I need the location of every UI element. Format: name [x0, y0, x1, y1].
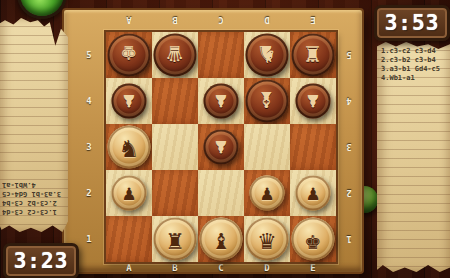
black-pawn-a4[interactable]: ♟: [112, 84, 147, 119]
white-queen-d1[interactable]: ♛: [246, 218, 289, 261]
queen-glyph: ♛: [167, 42, 183, 69]
white-rook-b1[interactable]: ♜: [154, 218, 197, 261]
square-b3[interactable]: [152, 124, 198, 170]
rook-glyph: ♜: [167, 226, 183, 253]
coord-label-d: D: [244, 15, 290, 25]
white-clock: 3:23: [3, 243, 79, 278]
king-glyph: ♚: [305, 226, 321, 253]
move-line: 3.a3-b1 Gd4-c5: [2, 189, 66, 198]
square-e4[interactable]: ♟: [290, 78, 336, 124]
square-e2[interactable]: ♟: [290, 170, 336, 216]
square-d3[interactable]: [244, 124, 290, 170]
move-line: 4.Wb1-a1: [2, 180, 66, 189]
move-line: 1.c3-c2 c3-d4: [381, 47, 448, 56]
square-c4[interactable]: ♟: [198, 78, 244, 124]
king-glyph: ♚: [121, 42, 137, 69]
square-b2[interactable]: [152, 170, 198, 216]
coord-label-e: E: [290, 263, 336, 273]
pawn-glyph: ♟: [307, 183, 320, 204]
black-pawn-c4[interactable]: ♟: [204, 84, 239, 119]
coord-label-b: B: [152, 263, 198, 273]
coord-label-e: E: [290, 15, 336, 25]
square-a5[interactable]: ♚: [106, 32, 152, 78]
pawn-glyph: ♟: [123, 183, 136, 204]
knight-glyph: ♞: [121, 134, 137, 161]
black-rook-e5[interactable]: ♜: [292, 34, 335, 77]
square-e3[interactable]: [290, 124, 336, 170]
move-line: 4.Wb1-a1: [381, 74, 448, 83]
square-a1[interactable]: [106, 216, 152, 262]
white-pawn-a2[interactable]: ♟: [112, 176, 147, 211]
knight-glyph: ♞: [259, 42, 275, 69]
black-pawn-e4[interactable]: ♟: [296, 84, 331, 119]
pawn-glyph: ♟: [261, 183, 274, 204]
pawn-glyph: ♟: [123, 91, 136, 112]
chess-board: ABCDE ABCDE 54321 54321 ♚♛♞♜♟♟♝♟♞♟♟♟♟♜♝♛…: [62, 8, 364, 274]
coord-label-4: 4: [342, 78, 356, 124]
move-line: 1.c3-c2 c3-d4: [2, 207, 66, 216]
coord-label-a: A: [106, 263, 152, 273]
queen-glyph: ♛: [259, 226, 275, 253]
coord-label-b: B: [152, 15, 198, 25]
square-e1[interactable]: ♚: [290, 216, 336, 262]
white-pawn-e2[interactable]: ♟: [296, 176, 331, 211]
coord-label-3: 3: [82, 124, 96, 170]
coord-label-c: C: [198, 263, 244, 273]
white-clock-time: 3:23: [14, 249, 69, 273]
file-labels-bottom: ABCDE: [106, 263, 336, 273]
green-gem-ornament: [17, 0, 67, 19]
move-scroll-left: 1.c3-c2 c3-d42.c3-b2 c3-b43.a3-b1 Gd4-c5…: [0, 18, 68, 232]
board-grid: ♚♛♞♜♟♟♝♟♞♟♟♟♟♜♝♛♚: [106, 32, 336, 262]
move-line: 2.c3-b2 c3-b4: [2, 198, 66, 207]
white-king-e1[interactable]: ♚: [292, 218, 335, 261]
square-d4[interactable]: ♝: [244, 78, 290, 124]
move-list-right: 1.c3-c2 c3-d42.c3-b2 c3-b43.a3-b1 Gd4-c5…: [381, 47, 448, 83]
coord-label-a: A: [106, 15, 152, 25]
square-c5[interactable]: [198, 32, 244, 78]
square-d1[interactable]: ♛: [244, 216, 290, 262]
coord-label-2: 2: [342, 170, 356, 216]
square-b1[interactable]: ♜: [152, 216, 198, 262]
square-a2[interactable]: ♟: [106, 170, 152, 216]
square-a4[interactable]: ♟: [106, 78, 152, 124]
square-d5[interactable]: ♞: [244, 32, 290, 78]
black-king-a5[interactable]: ♚: [108, 34, 151, 77]
rank-labels-left: 54321: [82, 32, 96, 262]
pawn-glyph: ♟: [215, 137, 228, 158]
move-scroll-right: 1.c3-c2 c3-d42.c3-b2 c3-b43.a3-b1 Gd4-c5…: [377, 42, 450, 272]
file-labels-top: ABCDE: [106, 15, 336, 25]
black-clock-time: 3:53: [385, 11, 440, 35]
rank-labels-right: 54321: [342, 32, 356, 262]
coord-label-1: 1: [82, 216, 96, 262]
square-c1[interactable]: ♝: [198, 216, 244, 262]
pawn-glyph: ♟: [307, 91, 320, 112]
black-clock: 3:53: [374, 5, 450, 41]
move-line: 3.a3-b1 Gd4-c5: [381, 65, 448, 74]
white-pawn-d2[interactable]: ♟: [250, 176, 285, 211]
move-line: 2.c3-b2 c3-b4: [381, 56, 448, 65]
black-knight-d5[interactable]: ♞: [246, 34, 289, 77]
black-queen-b5[interactable]: ♛: [154, 34, 197, 77]
bishop-glyph: ♝: [213, 226, 229, 253]
coord-label-4: 4: [82, 78, 96, 124]
square-c2[interactable]: [198, 170, 244, 216]
square-e5[interactable]: ♜: [290, 32, 336, 78]
square-c3[interactable]: ♟: [198, 124, 244, 170]
coord-label-5: 5: [342, 32, 356, 78]
move-list-left: 1.c3-c2 c3-d42.c3-b2 c3-b43.a3-b1 Gd4-c5…: [2, 180, 66, 216]
rook-glyph: ♜: [305, 42, 321, 69]
square-b4[interactable]: [152, 78, 198, 124]
black-pawn-c3[interactable]: ♟: [204, 130, 239, 165]
bishop-glyph: ♝: [259, 88, 275, 115]
coord-label-5: 5: [82, 32, 96, 78]
white-bishop-c1[interactable]: ♝: [200, 218, 243, 261]
square-a3[interactable]: ♞: [106, 124, 152, 170]
white-knight-a3[interactable]: ♞: [108, 126, 151, 169]
pawn-glyph: ♟: [215, 91, 228, 112]
game-screen: 1.c3-c2 c3-d42.c3-b2 c3-b43.a3-b1 Gd4-c5…: [0, 0, 450, 278]
coord-label-d: D: [244, 263, 290, 273]
coord-label-3: 3: [342, 124, 356, 170]
square-b5[interactable]: ♛: [152, 32, 198, 78]
coord-label-2: 2: [82, 170, 96, 216]
black-bishop-d4[interactable]: ♝: [246, 80, 289, 123]
coord-label-1: 1: [342, 216, 356, 262]
coord-label-c: C: [198, 15, 244, 25]
square-d2[interactable]: ♟: [244, 170, 290, 216]
